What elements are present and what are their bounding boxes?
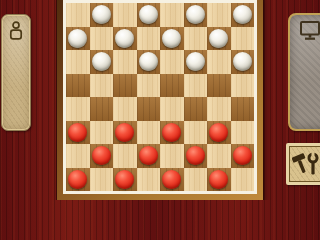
white-checker-piece[interactable] (92, 5, 111, 24)
red-checker-piece[interactable] (68, 123, 87, 142)
square-e1[interactable] (160, 168, 184, 192)
board-grid (66, 3, 254, 191)
square-a5[interactable] (66, 74, 90, 98)
square-a2 (66, 144, 90, 168)
red-checker-piece[interactable] (139, 146, 158, 165)
square-d2[interactable] (137, 144, 161, 168)
square-h5 (231, 74, 255, 98)
square-c3[interactable] (113, 121, 137, 145)
square-h3 (231, 121, 255, 145)
player-icon (6, 20, 26, 42)
white-checker-piece[interactable] (209, 29, 228, 48)
square-c2 (113, 144, 137, 168)
square-d4[interactable] (137, 97, 161, 121)
white-checker-piece[interactable] (115, 29, 134, 48)
red-checker-piece[interactable] (115, 123, 134, 142)
square-d6[interactable] (137, 50, 161, 74)
square-g3[interactable] (207, 121, 231, 145)
square-g7[interactable] (207, 27, 231, 51)
square-g4 (207, 97, 231, 121)
square-a7[interactable] (66, 27, 90, 51)
red-checker-piece[interactable] (233, 146, 252, 165)
square-b3 (90, 121, 114, 145)
square-g1[interactable] (207, 168, 231, 192)
white-checker-piece[interactable] (139, 5, 158, 24)
red-checker-piece[interactable] (162, 123, 181, 142)
red-checker-piece[interactable] (209, 123, 228, 142)
red-checker-piece[interactable] (162, 170, 181, 189)
computer-panel[interactable] (288, 13, 320, 131)
player-panel[interactable] (1, 14, 31, 131)
square-f4[interactable] (184, 97, 208, 121)
square-b7 (90, 27, 114, 51)
square-c7[interactable] (113, 27, 137, 51)
square-b1 (90, 168, 114, 192)
red-checker-piece[interactable] (186, 146, 205, 165)
square-b2[interactable] (90, 144, 114, 168)
square-f6[interactable] (184, 50, 208, 74)
tools-button[interactable] (286, 143, 320, 185)
square-h6[interactable] (231, 50, 255, 74)
square-a8 (66, 3, 90, 27)
white-checker-piece[interactable] (162, 29, 181, 48)
square-d8[interactable] (137, 3, 161, 27)
square-b8[interactable] (90, 3, 114, 27)
square-f1 (184, 168, 208, 192)
white-checker-piece[interactable] (186, 52, 205, 71)
square-d3 (137, 121, 161, 145)
square-f3 (184, 121, 208, 145)
white-checker-piece[interactable] (68, 29, 87, 48)
square-c4 (113, 97, 137, 121)
square-d1 (137, 168, 161, 192)
square-c1[interactable] (113, 168, 137, 192)
square-a1[interactable] (66, 168, 90, 192)
square-g8 (207, 3, 231, 27)
board-frame (57, 0, 263, 200)
white-checker-piece[interactable] (92, 52, 111, 71)
square-f5 (184, 74, 208, 98)
square-h1 (231, 168, 255, 192)
white-checker-piece[interactable] (139, 52, 158, 71)
square-c5[interactable] (113, 74, 137, 98)
square-e6 (160, 50, 184, 74)
square-f8[interactable] (184, 3, 208, 27)
checkers-app: { "game": "checkers", "position": { "row… (0, 0, 320, 200)
square-e3[interactable] (160, 121, 184, 145)
square-a4 (66, 97, 90, 121)
square-b5 (90, 74, 114, 98)
square-h2[interactable] (231, 144, 255, 168)
tools-hammer-wrench-icon (292, 151, 320, 177)
red-checker-piece[interactable] (68, 170, 87, 189)
square-e2 (160, 144, 184, 168)
white-checker-piece[interactable] (186, 5, 205, 24)
square-a6 (66, 50, 90, 74)
square-g2 (207, 144, 231, 168)
computer-icon (299, 20, 320, 42)
white-checker-piece[interactable] (233, 52, 252, 71)
square-g5[interactable] (207, 74, 231, 98)
red-checker-piece[interactable] (209, 170, 228, 189)
tools-button-face (289, 146, 320, 182)
square-e4 (160, 97, 184, 121)
square-d5 (137, 74, 161, 98)
square-b4[interactable] (90, 97, 114, 121)
red-checker-piece[interactable] (115, 170, 134, 189)
square-e7[interactable] (160, 27, 184, 51)
square-f7 (184, 27, 208, 51)
square-b6[interactable] (90, 50, 114, 74)
board-inner-border (63, 0, 257, 194)
square-h8[interactable] (231, 3, 255, 27)
square-c6 (113, 50, 137, 74)
square-h7 (231, 27, 255, 51)
square-g6 (207, 50, 231, 74)
square-d7 (137, 27, 161, 51)
square-e8 (160, 3, 184, 27)
square-a3[interactable] (66, 121, 90, 145)
white-checker-piece[interactable] (233, 5, 252, 24)
square-e5[interactable] (160, 74, 184, 98)
square-h4[interactable] (231, 97, 255, 121)
square-f2[interactable] (184, 144, 208, 168)
red-checker-piece[interactable] (92, 146, 111, 165)
square-c8 (113, 3, 137, 27)
